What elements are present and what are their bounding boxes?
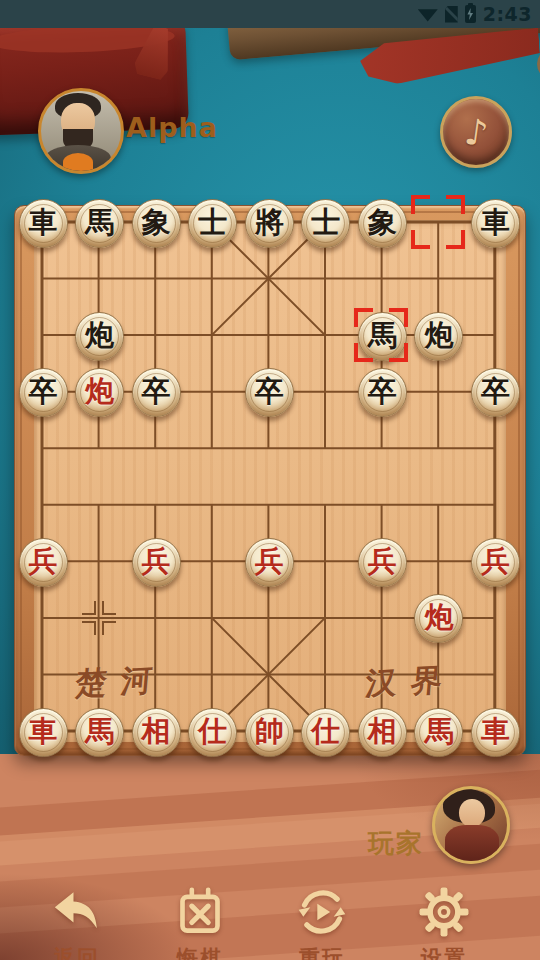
piece-black-a[interactable]: 士 — [301, 199, 350, 248]
piece-red-p[interactable]: 兵 — [245, 538, 294, 587]
piece-black-p[interactable]: 卒 — [245, 368, 294, 417]
piece-black-k[interactable]: 將 — [245, 199, 294, 248]
replay-button[interactable]: 重玩 — [276, 884, 368, 960]
undo-label: 悔棋 — [154, 944, 246, 960]
settings-label: 设置 — [398, 944, 490, 960]
piece-red-r[interactable]: 車 — [19, 708, 68, 757]
piece-black-p[interactable]: 卒 — [471, 368, 520, 417]
piece-red-c[interactable]: 炮 — [75, 368, 124, 417]
replay-icon — [293, 884, 351, 940]
piece-black-n[interactable]: 馬 — [358, 312, 407, 361]
status-bar: 2:43 — [0, 0, 540, 28]
piece-black-b[interactable]: 象 — [358, 199, 407, 248]
player-name: 玩家 — [368, 826, 424, 861]
replay-label: 重玩 — [276, 944, 368, 960]
piece-black-b[interactable]: 象 — [132, 199, 181, 248]
piece-red-p[interactable]: 兵 — [132, 538, 181, 587]
piece-red-r[interactable]: 車 — [471, 708, 520, 757]
status-time: 2:43 — [483, 3, 532, 25]
piece-red-a[interactable]: 仕 — [301, 708, 350, 757]
avatar-body — [445, 825, 499, 861]
piece-red-n[interactable]: 馬 — [414, 708, 463, 757]
piece-black-p[interactable]: 卒 — [358, 368, 407, 417]
river-label-right: 汉界 — [364, 659, 458, 706]
piece-red-a[interactable]: 仕 — [188, 708, 237, 757]
music-button[interactable]: ♪ — [440, 96, 512, 168]
gear-icon — [415, 884, 473, 940]
piece-black-c[interactable]: 炮 — [75, 312, 124, 361]
piece-black-r[interactable]: 車 — [471, 199, 520, 248]
no-sim-icon — [445, 6, 458, 23]
avatar-face — [459, 799, 485, 827]
back-label: 返回 — [31, 944, 123, 960]
piece-black-c[interactable]: 炮 — [414, 312, 463, 361]
back-button[interactable]: 返回 — [31, 884, 123, 960]
piece-black-p[interactable]: 卒 — [132, 368, 181, 417]
river-label-left: 楚河 — [74, 659, 168, 706]
piece-red-p[interactable]: 兵 — [19, 538, 68, 587]
opponent-avatar[interactable] — [38, 88, 124, 174]
piece-red-p[interactable]: 兵 — [471, 538, 520, 587]
battery-charging-icon — [465, 5, 476, 23]
settings-button[interactable]: 设置 — [398, 884, 490, 960]
app-screen: 2:43 Alpha ♪ 楚河 汉界 車馬象士將士象車炮馬炮卒炮卒卒卒卒兵兵兵兵… — [0, 0, 540, 960]
opponent-name: Alpha — [126, 112, 218, 143]
board-x-icon — [171, 884, 229, 940]
wifi-icon — [418, 7, 438, 22]
music-note-icon: ♪ — [462, 110, 490, 154]
piece-black-n[interactable]: 馬 — [75, 199, 124, 248]
piece-red-n[interactable]: 馬 — [75, 708, 124, 757]
player-avatar[interactable] — [432, 786, 510, 864]
piece-black-p[interactable]: 卒 — [19, 368, 68, 417]
piece-red-b[interactable]: 相 — [132, 708, 181, 757]
piece-red-b[interactable]: 相 — [358, 708, 407, 757]
back-arrow-icon — [48, 884, 106, 940]
piece-red-p[interactable]: 兵 — [358, 538, 407, 587]
piece-black-r[interactable]: 車 — [19, 199, 68, 248]
xiangqi-board[interactable]: 楚河 汉界 車馬象士將士象車炮馬炮卒炮卒卒卒卒兵兵兵兵兵炮車馬相仕帥仕相馬車 — [14, 205, 526, 756]
piece-red-k[interactable]: 帥 — [245, 708, 294, 757]
avatar-robe — [45, 145, 111, 171]
bottom-toolbar: 返回 悔棋 重玩 — [0, 876, 540, 960]
charging-bolt-icon — [466, 8, 474, 20]
piece-black-a[interactable]: 士 — [188, 199, 237, 248]
undo-button[interactable]: 悔棋 — [154, 884, 246, 960]
